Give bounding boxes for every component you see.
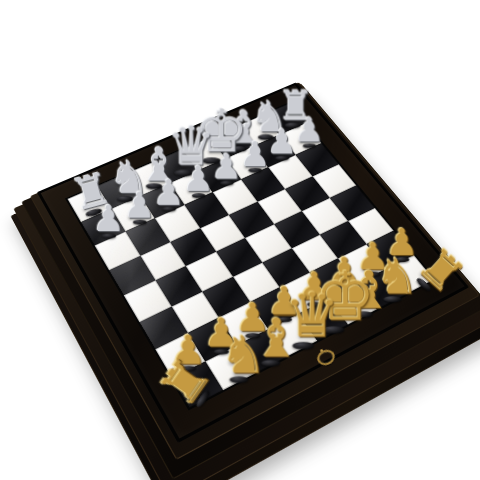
- piece-gold-knight-b1: ♞: [220, 329, 258, 383]
- product-photo-stage: ♜♞♝♛♚♝♞♜♟♟♟♟♟♟♟♟♟♟♟♟♟♟♟♟♜♞♝♛♚♝♞♜: [0, 0, 480, 480]
- pawn-glyph: ♟: [239, 137, 271, 171]
- pawn-glyph: ♟: [182, 162, 215, 197]
- piece-silver-pawn-e7: ♟: [210, 150, 242, 186]
- piece-silver-pawn-a7: ♟: [92, 201, 126, 238]
- pawn-glyph: ♟: [92, 201, 126, 237]
- square-g4: [302, 198, 348, 234]
- pawn-glyph: ♟: [152, 175, 185, 211]
- piece-silver-pawn-d7: ♟: [182, 162, 215, 198]
- square-a1: ♜: [172, 361, 223, 408]
- piece-silver-pawn-c7: ♟: [152, 175, 185, 212]
- piece-silver-pawn-f7: ♟: [239, 137, 271, 172]
- piece-silver-pawn-b7: ♟: [122, 188, 155, 225]
- pawn-glyph: ♟: [210, 150, 242, 185]
- pawn-glyph: ♟: [122, 188, 155, 224]
- knight-glyph: ♞: [220, 329, 258, 381]
